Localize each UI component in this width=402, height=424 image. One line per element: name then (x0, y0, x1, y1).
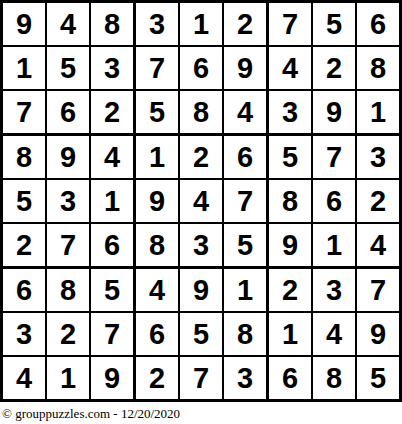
cell-r4c6: 6 (224, 136, 266, 178)
cell-r4c1: 8 (3, 136, 45, 178)
cell-r1c9: 6 (357, 3, 399, 45)
cell-r8c5: 5 (180, 313, 222, 355)
cell-r4c8: 7 (313, 136, 355, 178)
cell-r6c9: 4 (357, 224, 399, 266)
cell-r5c4: 9 (136, 180, 178, 222)
cell-r5c2: 3 (47, 180, 89, 222)
cell-r6c2: 7 (47, 224, 89, 266)
cell-r5c5: 4 (180, 180, 222, 222)
cell-r5c8: 6 (313, 180, 355, 222)
page: 9481537623127695847564283918945312761269… (0, 0, 402, 424)
cell-r8c2: 2 (47, 313, 89, 355)
cell-r8c8: 4 (313, 313, 355, 355)
cell-r3c1: 7 (3, 91, 45, 133)
cell-r9c8: 8 (313, 357, 355, 399)
cell-r3c3: 2 (91, 91, 133, 133)
cell-r5c9: 2 (357, 180, 399, 222)
cell-r1c7: 7 (269, 3, 311, 45)
cell-r6c7: 9 (269, 224, 311, 266)
cell-r9c5: 7 (180, 357, 222, 399)
sudoku-box-8: 491658273 (136, 269, 266, 399)
cell-r8c4: 6 (136, 313, 178, 355)
cell-r2c7: 4 (269, 47, 311, 89)
cell-r4c7: 5 (269, 136, 311, 178)
cell-r7c1: 6 (3, 269, 45, 311)
cell-r6c6: 5 (224, 224, 266, 266)
cell-r1c5: 1 (180, 3, 222, 45)
cell-r8c6: 8 (224, 313, 266, 355)
cell-r2c9: 8 (357, 47, 399, 89)
cell-r5c3: 1 (91, 180, 133, 222)
cell-r5c7: 8 (269, 180, 311, 222)
sudoku-box-3: 756428391 (269, 3, 399, 133)
sudoku-box-2: 312769584 (136, 3, 266, 133)
sudoku-box-5: 126947835 (136, 136, 266, 266)
cell-r6c4: 8 (136, 224, 178, 266)
cell-r8c1: 3 (3, 313, 45, 355)
cell-r6c3: 6 (91, 224, 133, 266)
cell-r8c7: 1 (269, 313, 311, 355)
cell-r7c8: 3 (313, 269, 355, 311)
cell-r1c2: 4 (47, 3, 89, 45)
cell-r9c1: 4 (3, 357, 45, 399)
cell-r2c5: 6 (180, 47, 222, 89)
sudoku-box-4: 894531276 (3, 136, 133, 266)
cell-r5c1: 5 (3, 180, 45, 222)
cell-r8c3: 7 (91, 313, 133, 355)
cell-r2c4: 7 (136, 47, 178, 89)
cell-r6c8: 1 (313, 224, 355, 266)
cell-r7c6: 1 (224, 269, 266, 311)
cell-r7c7: 2 (269, 269, 311, 311)
sudoku-box-1: 948153762 (3, 3, 133, 133)
cell-r2c8: 2 (313, 47, 355, 89)
cell-r1c6: 2 (224, 3, 266, 45)
sudoku-board: 9481537623127695847564283918945312761269… (0, 0, 402, 402)
cell-r7c4: 4 (136, 269, 178, 311)
cell-r4c9: 3 (357, 136, 399, 178)
cell-r3c9: 1 (357, 91, 399, 133)
cell-r2c6: 9 (224, 47, 266, 89)
cell-r6c1: 2 (3, 224, 45, 266)
cell-r1c4: 3 (136, 3, 178, 45)
cell-r3c7: 3 (269, 91, 311, 133)
cell-r2c3: 3 (91, 47, 133, 89)
cell-r1c8: 5 (313, 3, 355, 45)
cell-r2c1: 1 (3, 47, 45, 89)
cell-r6c5: 3 (180, 224, 222, 266)
cell-r3c8: 9 (313, 91, 355, 133)
cell-r7c5: 9 (180, 269, 222, 311)
cell-r9c6: 3 (224, 357, 266, 399)
cell-r7c3: 5 (91, 269, 133, 311)
sudoku-box-6: 573862914 (269, 136, 399, 266)
cell-r9c7: 6 (269, 357, 311, 399)
cell-r9c4: 2 (136, 357, 178, 399)
cell-r9c9: 5 (357, 357, 399, 399)
cell-r4c3: 4 (91, 136, 133, 178)
cell-r3c5: 8 (180, 91, 222, 133)
cell-r7c2: 8 (47, 269, 89, 311)
cell-r7c9: 7 (357, 269, 399, 311)
cell-r3c6: 4 (224, 91, 266, 133)
cell-r1c3: 8 (91, 3, 133, 45)
cell-r3c2: 6 (47, 91, 89, 133)
cell-r8c9: 9 (357, 313, 399, 355)
sudoku-box-9: 237149685 (269, 269, 399, 399)
cell-r9c2: 1 (47, 357, 89, 399)
cell-r5c6: 7 (224, 180, 266, 222)
cell-r4c4: 1 (136, 136, 178, 178)
sudoku-box-7: 685327419 (3, 269, 133, 399)
cell-r2c2: 5 (47, 47, 89, 89)
cell-r1c1: 9 (3, 3, 45, 45)
cell-r4c5: 2 (180, 136, 222, 178)
cell-r4c2: 9 (47, 136, 89, 178)
cell-r3c4: 5 (136, 91, 178, 133)
copyright-text: © grouppuzzles.com - 12/20/2020 (2, 406, 402, 422)
cell-r9c3: 9 (91, 357, 133, 399)
